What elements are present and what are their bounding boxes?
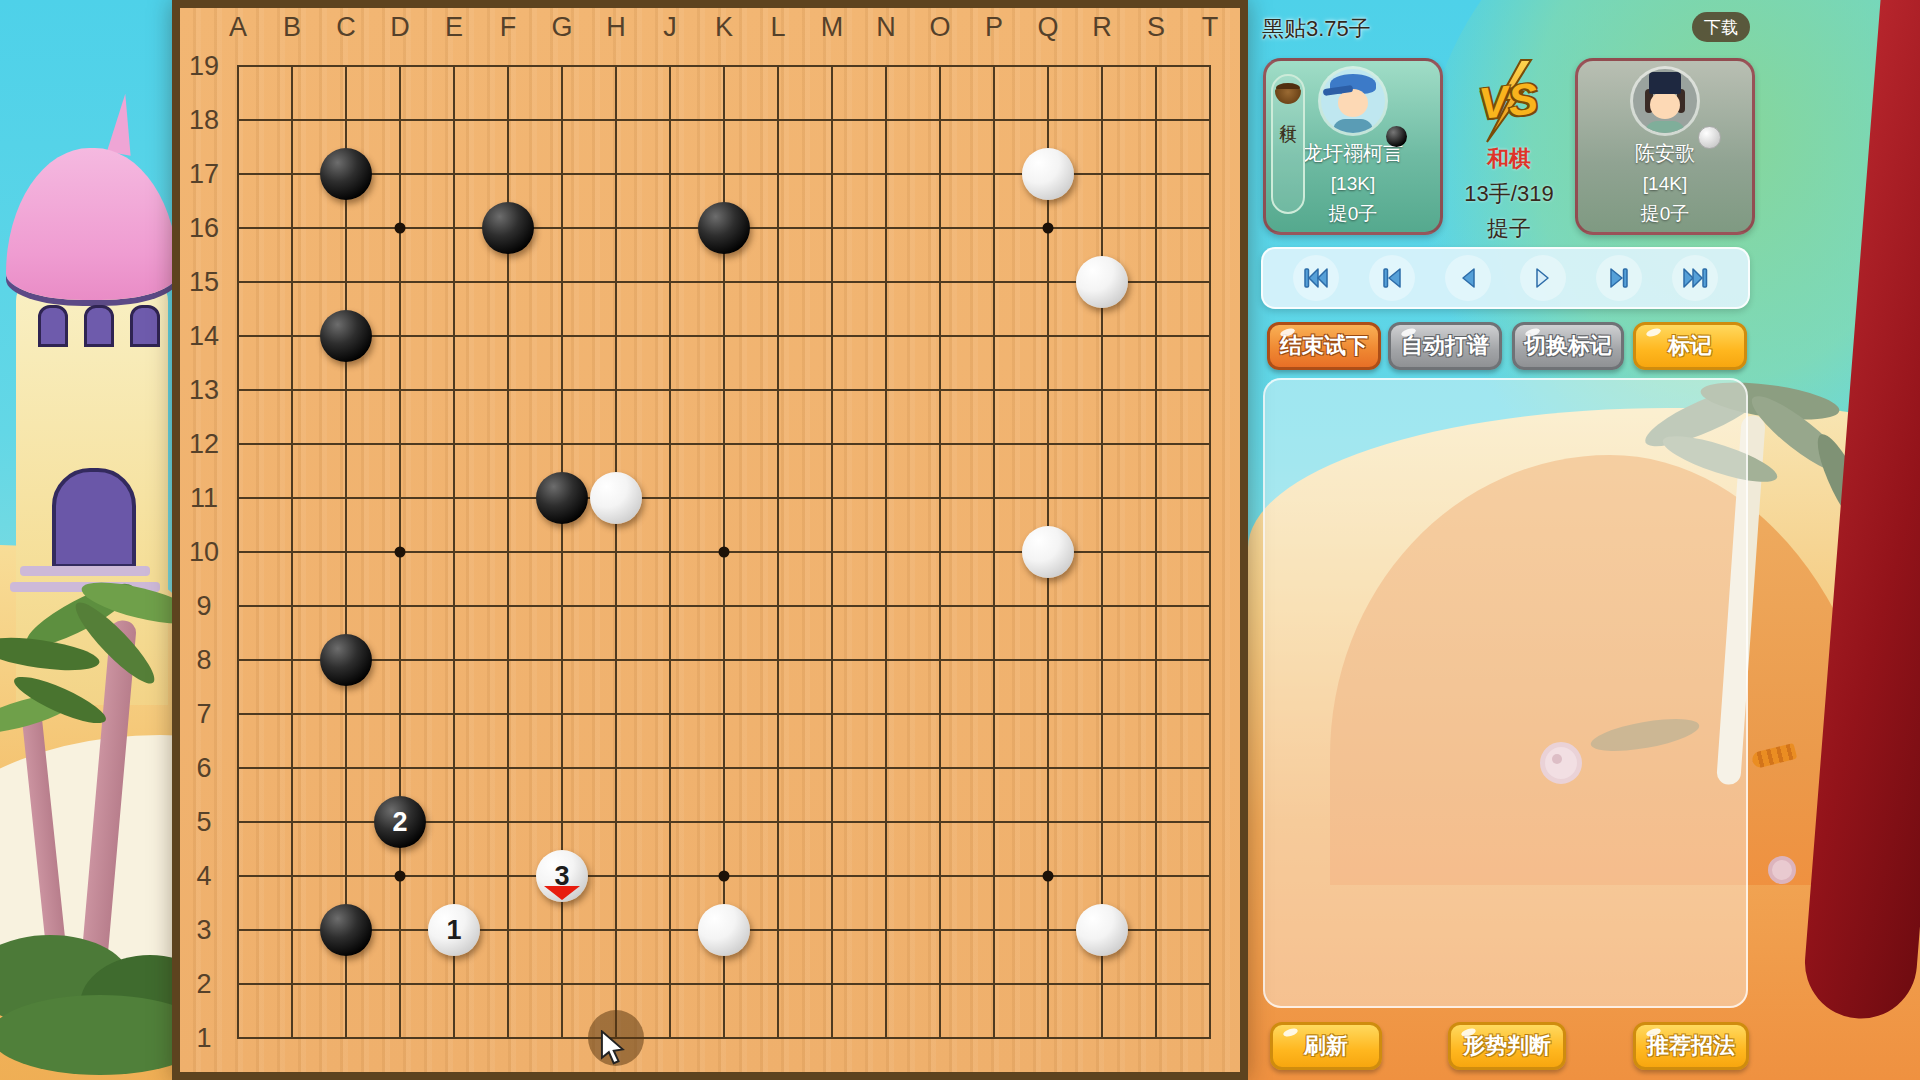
coord-label-col-C: C [336, 12, 356, 43]
forward-one-button[interactable] [1520, 255, 1566, 301]
replay-navigation-bar [1261, 247, 1750, 309]
match-center-info: VS 和棋 13手/319 提子 [1443, 58, 1575, 235]
coord-label-col-O: O [929, 12, 950, 43]
avatar-white-player [1633, 69, 1697, 133]
download-button[interactable]: 下载 [1692, 12, 1750, 42]
info-panel [1263, 378, 1748, 1008]
coord-label-col-E: E [445, 12, 463, 43]
star-point-D10 [395, 547, 406, 558]
coord-label-row-7: 7 [196, 699, 211, 730]
stone-bowl-icon [1275, 89, 1301, 104]
suggest-move-button[interactable]: 推荐招法 [1633, 1022, 1749, 1070]
app-scene: ABCDEFGHJKLMNOPQRST191817161514131211109… [0, 0, 1920, 1080]
stone-black-D5: 2 [374, 796, 426, 848]
stone-white-E3: 1 [428, 904, 480, 956]
player-captures-black: 提0子 [1329, 201, 1378, 227]
move-number-label: 2 [392, 809, 407, 836]
vs-logo: VS [1469, 58, 1549, 144]
castle-door [52, 468, 136, 568]
avatar-body [1645, 121, 1685, 133]
coord-label-row-3: 3 [196, 915, 211, 946]
white-stone-badge [1698, 126, 1721, 149]
captures-label: 提子 [1487, 214, 1531, 244]
mark-button[interactable]: 标记 [1633, 322, 1747, 370]
player-rank-white: [14K] [1643, 173, 1687, 195]
player-name-black: 龙圩禤柯言 [1303, 140, 1403, 167]
stone-black-K16 [698, 202, 750, 254]
coord-label-col-N: N [876, 12, 896, 43]
coord-label-col-G: G [551, 12, 572, 43]
coord-label-row-1: 1 [196, 1023, 211, 1054]
coord-label-col-A: A [229, 12, 247, 43]
coord-label-col-J: J [663, 12, 677, 43]
coord-label-row-6: 6 [196, 753, 211, 784]
coord-label-row-8: 8 [196, 645, 211, 676]
go-to-end-icon [1680, 263, 1710, 293]
back-fast-icon [1377, 263, 1407, 293]
coord-label-row-5: 5 [196, 807, 211, 838]
player-card-white: 陈安歌 [14K] 提0子 [1575, 58, 1755, 235]
stone-black-C14 [320, 310, 372, 362]
coord-label-col-P: P [985, 12, 1003, 43]
shell-small [1768, 856, 1796, 884]
forward-one-icon [1528, 263, 1558, 293]
go-to-start-button[interactable] [1293, 255, 1339, 301]
player-name-white: 陈安歌 [1635, 140, 1695, 167]
turn-indicator-tag: 行棋 [1271, 74, 1305, 214]
last-move-triangle-marker [544, 886, 580, 900]
coord-label-col-S: S [1147, 12, 1165, 43]
coord-label-row-11: 11 [190, 483, 218, 514]
avatar-black-player [1321, 69, 1385, 133]
coord-label-col-F: F [500, 12, 517, 43]
go-to-start-icon [1301, 263, 1331, 293]
toggle-marks-button[interactable]: 切换标记 [1512, 322, 1624, 370]
coord-label-col-T: T [1202, 12, 1219, 43]
stone-black-C3 [320, 904, 372, 956]
star-point-D4 [395, 871, 406, 882]
coord-label-row-17: 17 [189, 159, 219, 190]
back-one-icon [1453, 263, 1483, 293]
komi-label: 黑贴3.75子 [1262, 14, 1371, 44]
castle-window [84, 305, 114, 347]
stone-white-Q17 [1022, 148, 1074, 200]
player-captures-white: 提0子 [1641, 201, 1690, 227]
move-counter: 13手/319 [1464, 179, 1553, 209]
forward-fast-button[interactable] [1596, 255, 1642, 301]
coord-label-col-M: M [821, 12, 844, 43]
coord-label-col-R: R [1092, 12, 1112, 43]
star-point-K10 [719, 547, 730, 558]
stone-white-G4: 3 [536, 850, 588, 902]
coord-label-row-16: 16 [189, 213, 219, 244]
vs-text: VS [1477, 73, 1541, 129]
forward-fast-icon [1604, 263, 1634, 293]
coord-label-col-L: L [770, 12, 785, 43]
auto-replay-button[interactable]: 自动打谱 [1388, 322, 1502, 370]
stone-black-C8 [320, 634, 372, 686]
position-judgment-button[interactable]: 形势判断 [1448, 1022, 1566, 1070]
go-to-end-button[interactable] [1672, 255, 1718, 301]
move-number-label: 1 [446, 917, 461, 944]
castle-window [130, 305, 160, 347]
player-card-black: 行棋 龙圩禤柯言 [13K] 提0子 [1263, 58, 1443, 235]
coord-label-col-B: B [283, 12, 301, 43]
stone-black-C17 [320, 148, 372, 200]
castle-dome [6, 148, 178, 300]
stone-white-K3 [698, 904, 750, 956]
stone-black-F16 [482, 202, 534, 254]
end-trial-button[interactable]: 结束试下 [1267, 322, 1381, 370]
stone-white-Q10 [1022, 526, 1074, 578]
go-board[interactable]: ABCDEFGHJKLMNOPQRST191817161514131211109… [172, 0, 1248, 1080]
coord-label-row-12: 12 [189, 429, 219, 460]
mouse-cursor [598, 1030, 628, 1066]
coord-label-row-2: 2 [196, 969, 211, 1000]
coord-label-row-18: 18 [189, 105, 219, 136]
coord-label-col-K: K [715, 12, 733, 43]
coord-label-col-H: H [606, 12, 626, 43]
coord-label-col-D: D [390, 12, 410, 43]
result-label: 和棋 [1487, 144, 1531, 174]
coord-label-row-9: 9 [196, 591, 211, 622]
back-one-button[interactable] [1445, 255, 1491, 301]
avatar-face [1650, 91, 1680, 119]
avatar-hat [1649, 72, 1681, 94]
star-point-Q4 [1043, 871, 1054, 882]
stone-white-R3 [1076, 904, 1128, 956]
castle-spire [107, 92, 141, 155]
back-fast-button[interactable] [1369, 255, 1415, 301]
coord-label-col-Q: Q [1037, 12, 1058, 43]
coord-label-row-4: 4 [196, 861, 211, 892]
star-point-D16 [395, 223, 406, 234]
turn-tag-label: 行棋 [1277, 110, 1300, 116]
refresh-button[interactable]: 刷新 [1270, 1022, 1382, 1070]
stone-white-H11 [590, 472, 642, 524]
castle-window [38, 305, 68, 347]
coord-label-row-14: 14 [189, 321, 219, 352]
coord-label-row-13: 13 [189, 375, 219, 406]
stone-black-G11 [536, 472, 588, 524]
coord-label-row-19: 19 [189, 51, 219, 82]
player-rank-black: [13K] [1331, 173, 1375, 195]
coord-label-row-10: 10 [189, 537, 219, 568]
castle-step [20, 566, 150, 576]
black-stone-badge [1386, 126, 1407, 147]
avatar-body [1333, 119, 1373, 133]
star-point-K4 [719, 871, 730, 882]
coord-label-row-15: 15 [189, 267, 219, 298]
star-point-Q16 [1043, 223, 1054, 234]
stone-white-R15 [1076, 256, 1128, 308]
